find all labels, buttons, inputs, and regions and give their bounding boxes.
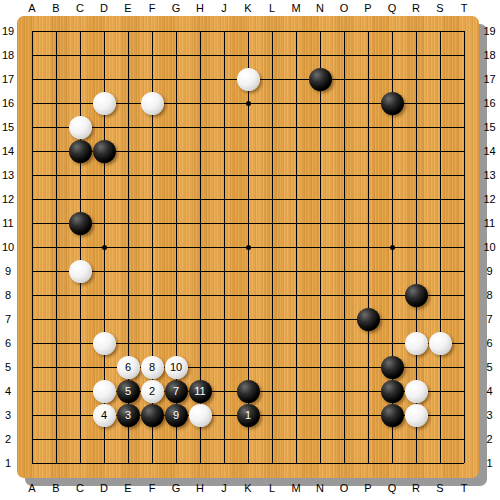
column-label-top-C: C <box>68 1 92 15</box>
column-label-bottom-P: P <box>356 481 380 495</box>
stone-black-D14[interactable] <box>93 140 116 163</box>
column-label-top-N: N <box>308 1 332 15</box>
row-label-right-15: 15 <box>480 120 499 134</box>
column-label-top-L: L <box>260 1 284 15</box>
stone-white-R6[interactable] <box>405 332 428 355</box>
stone-white-D6[interactable] <box>93 332 116 355</box>
screenshot-root: 5711391681024 AABBCCDDEEFFGGHHJJKKLLMMNN… <box>0 0 500 500</box>
move-stone-9-black-G3[interactable]: 9 <box>165 404 188 427</box>
column-label-bottom-B: B <box>44 481 68 495</box>
row-label-left-1: 1 <box>0 456 16 470</box>
row-label-right-13: 13 <box>480 168 499 182</box>
move-number-label: 11 <box>194 386 205 397</box>
row-label-right-3: 3 <box>480 408 499 422</box>
stone-white-C15[interactable] <box>69 116 92 139</box>
star-point-D10 <box>102 245 107 250</box>
row-label-left-17: 17 <box>0 72 16 86</box>
column-label-top-D: D <box>92 1 116 15</box>
row-label-right-8: 8 <box>480 288 499 302</box>
row-label-right-14: 14 <box>480 144 499 158</box>
row-label-right-16: 16 <box>480 96 499 110</box>
row-label-left-3: 3 <box>0 408 16 422</box>
column-label-top-K: K <box>236 1 260 15</box>
stone-white-C9[interactable] <box>69 260 92 283</box>
row-label-left-19: 19 <box>0 24 16 38</box>
stone-white-F16[interactable] <box>141 92 164 115</box>
stone-black-K4[interactable] <box>237 380 260 403</box>
stone-black-C11[interactable] <box>69 212 92 235</box>
move-number-label: 7 <box>173 386 179 397</box>
column-label-bottom-E: E <box>116 481 140 495</box>
move-number-label: 1 <box>245 410 251 421</box>
column-label-top-G: G <box>164 1 188 15</box>
column-label-top-E: E <box>116 1 140 15</box>
row-label-left-10: 10 <box>0 240 16 254</box>
stone-black-N17[interactable] <box>309 68 332 91</box>
star-point-Q10 <box>390 245 395 250</box>
column-label-bottom-D: D <box>92 481 116 495</box>
row-label-left-4: 4 <box>0 384 16 398</box>
stone-white-R3[interactable] <box>405 404 428 427</box>
row-label-right-10: 10 <box>480 240 499 254</box>
column-label-top-P: P <box>356 1 380 15</box>
column-label-bottom-F: F <box>140 481 164 495</box>
column-label-top-B: B <box>44 1 68 15</box>
move-number-label: 4 <box>101 410 107 421</box>
column-label-top-R: R <box>404 1 428 15</box>
stone-black-Q4[interactable] <box>381 380 404 403</box>
stone-white-D4[interactable] <box>93 380 116 403</box>
stone-white-D16[interactable] <box>93 92 116 115</box>
move-stone-7-black-G4[interactable]: 7 <box>165 380 188 403</box>
move-stone-8-white-F5[interactable]: 8 <box>141 356 164 379</box>
column-label-bottom-S: S <box>428 481 452 495</box>
star-point-K10 <box>246 245 251 250</box>
move-stone-6-white-E5[interactable]: 6 <box>117 356 140 379</box>
row-label-left-13: 13 <box>0 168 16 182</box>
move-stone-11-black-H4[interactable]: 11 <box>189 380 212 403</box>
star-point-K16 <box>246 101 251 106</box>
stone-black-R8[interactable] <box>405 284 428 307</box>
move-stone-3-black-E3[interactable]: 3 <box>117 404 140 427</box>
row-label-right-11: 11 <box>480 216 499 230</box>
row-label-right-5: 5 <box>480 360 499 374</box>
stone-white-S6[interactable] <box>429 332 452 355</box>
stone-black-Q16[interactable] <box>381 92 404 115</box>
column-label-bottom-K: K <box>236 481 260 495</box>
row-label-right-9: 9 <box>480 264 499 278</box>
column-label-top-Q: Q <box>380 1 404 15</box>
row-label-left-18: 18 <box>0 48 16 62</box>
stone-black-P7[interactable] <box>357 308 380 331</box>
column-label-top-O: O <box>332 1 356 15</box>
column-label-bottom-C: C <box>68 481 92 495</box>
row-label-left-7: 7 <box>0 312 16 326</box>
stone-black-Q3[interactable] <box>381 404 404 427</box>
column-label-bottom-T: T <box>452 481 476 495</box>
column-label-top-J: J <box>212 1 236 15</box>
column-label-bottom-H: H <box>188 481 212 495</box>
column-label-top-T: T <box>452 1 476 15</box>
move-number-label: 10 <box>170 362 182 373</box>
stone-black-C14[interactable] <box>69 140 92 163</box>
row-label-left-6: 6 <box>0 336 16 350</box>
row-label-right-2: 2 <box>480 432 499 446</box>
go-board[interactable]: 5711391681024 <box>17 16 479 478</box>
move-stone-5-black-E4[interactable]: 5 <box>117 380 140 403</box>
row-label-right-6: 6 <box>480 336 499 350</box>
column-label-bottom-G: G <box>164 481 188 495</box>
column-label-top-F: F <box>140 1 164 15</box>
row-label-right-1: 1 <box>480 456 499 470</box>
column-label-bottom-O: O <box>332 481 356 495</box>
row-label-right-12: 12 <box>480 192 499 206</box>
row-label-left-11: 11 <box>0 216 16 230</box>
column-label-top-M: M <box>284 1 308 15</box>
move-number-label: 2 <box>149 386 155 397</box>
column-label-bottom-A: A <box>20 481 44 495</box>
move-number-label: 5 <box>125 386 131 397</box>
row-label-left-12: 12 <box>0 192 16 206</box>
column-label-bottom-J: J <box>212 481 236 495</box>
row-label-right-7: 7 <box>480 312 499 326</box>
move-number-label: 6 <box>125 362 131 373</box>
stone-white-H3[interactable] <box>189 404 212 427</box>
column-label-top-A: A <box>20 1 44 15</box>
row-label-left-15: 15 <box>0 120 16 134</box>
row-label-left-9: 9 <box>0 264 16 278</box>
stone-black-F3[interactable] <box>141 404 164 427</box>
column-label-bottom-M: M <box>284 481 308 495</box>
row-label-right-17: 17 <box>480 72 499 86</box>
stone-black-Q5[interactable] <box>381 356 404 379</box>
row-label-left-2: 2 <box>0 432 16 446</box>
column-label-bottom-L: L <box>260 481 284 495</box>
move-stone-2-white-F4[interactable]: 2 <box>141 380 164 403</box>
row-label-left-5: 5 <box>0 360 16 374</box>
move-number-label: 9 <box>173 410 179 421</box>
move-number-label: 3 <box>125 410 131 421</box>
move-stone-1-black-K3[interactable]: 1 <box>237 404 260 427</box>
stone-white-R4[interactable] <box>405 380 428 403</box>
row-label-left-16: 16 <box>0 96 16 110</box>
column-label-bottom-R: R <box>404 481 428 495</box>
column-label-bottom-N: N <box>308 481 332 495</box>
row-label-right-4: 4 <box>480 384 499 398</box>
row-label-left-14: 14 <box>0 144 16 158</box>
column-label-top-S: S <box>428 1 452 15</box>
move-stone-4-white-D3[interactable]: 4 <box>93 404 116 427</box>
column-label-bottom-Q: Q <box>380 481 404 495</box>
move-stone-10-white-G5[interactable]: 10 <box>165 356 188 379</box>
move-number-label: 8 <box>149 362 155 373</box>
row-label-right-19: 19 <box>480 24 499 38</box>
stone-white-K17[interactable] <box>237 68 260 91</box>
column-label-top-H: H <box>188 1 212 15</box>
row-label-left-8: 8 <box>0 288 16 302</box>
row-label-right-18: 18 <box>480 48 499 62</box>
